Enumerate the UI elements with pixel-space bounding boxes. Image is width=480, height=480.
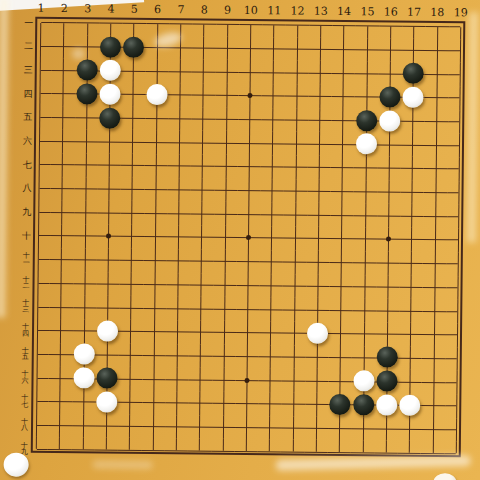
- intersection-11-10: [260, 226, 284, 250]
- intersection-7-15: [166, 344, 190, 368]
- intersection-12-13: [283, 298, 307, 322]
- white-stone: [73, 344, 94, 365]
- intersection-8-16: [189, 368, 213, 392]
- intersection-14-15: [329, 346, 353, 370]
- intersection-7-11: [167, 249, 191, 273]
- intersection-6-18: [141, 415, 165, 439]
- intersection-1-10: [27, 224, 51, 248]
- intersection-4-5: [98, 106, 122, 130]
- intersection-9-10: [213, 226, 237, 250]
- intersection-7-19: [165, 439, 189, 463]
- intersection-1-18: [25, 413, 49, 437]
- intersection-18-12: [423, 275, 447, 299]
- intersection-4-1: [99, 12, 123, 36]
- intersection-2-3: [52, 58, 76, 82]
- intersection-16-10: [377, 228, 401, 252]
- intersection-15-16: [352, 369, 376, 393]
- intersection-14-11: [330, 251, 354, 275]
- intersection-4-6: [98, 130, 122, 154]
- intersection-15-14: [352, 322, 376, 346]
- intersection-6-11: [143, 249, 167, 273]
- white-stone: [97, 320, 118, 341]
- intersection-11-3: [262, 61, 286, 85]
- intersection-3-18: [72, 414, 96, 438]
- intersection-12-9: [284, 203, 308, 227]
- intersection-15-2: [355, 38, 379, 62]
- intersection-6-6: [144, 130, 168, 154]
- glare-streak: [93, 460, 153, 469]
- white-stone: [353, 370, 374, 391]
- intersection-4-2: [99, 35, 123, 59]
- intersection-2-5: [51, 106, 75, 130]
- intersection-11-17: [258, 392, 282, 416]
- intersection-14-5: [331, 109, 355, 133]
- intersection-9-6: [214, 131, 238, 155]
- intersection-7-3: [169, 60, 193, 84]
- intersection-12-2: [285, 37, 309, 61]
- intersection-14-8: [330, 180, 354, 204]
- black-stone: [76, 59, 97, 80]
- intersection-11-5: [261, 108, 285, 132]
- intersection-18-7: [424, 157, 448, 181]
- intersection-12-4: [285, 85, 309, 109]
- intersection-10-15: [235, 345, 259, 369]
- intersection-16-1: [379, 14, 403, 38]
- white-stone: [355, 133, 376, 154]
- intersection-4-16: [95, 367, 119, 391]
- black-stone: [377, 347, 398, 368]
- intersection-10-3: [238, 60, 262, 84]
- intersection-3-13: [73, 295, 97, 319]
- intersection-9-14: [212, 321, 236, 345]
- intersection-15-13: [353, 298, 377, 322]
- intersection-10-10: [237, 226, 261, 250]
- intersection-10-8: [237, 179, 261, 203]
- intersection-8-8: [191, 178, 215, 202]
- intersection-13-10: [307, 227, 331, 251]
- intersection-3-19: [71, 438, 95, 462]
- intersection-17-15: [399, 346, 423, 370]
- intersection-6-7: [144, 154, 168, 178]
- intersection-6-12: [143, 273, 167, 297]
- intersection-11-16: [259, 368, 283, 392]
- intersection-12-18: [281, 416, 305, 440]
- intersection-10-6: [238, 131, 262, 155]
- intersection-12-10: [283, 227, 307, 251]
- intersection-1-15: [26, 342, 50, 366]
- intersection-18-13: [423, 299, 447, 323]
- intersection-7-8: [167, 178, 191, 202]
- intersection-16-15: [375, 346, 399, 370]
- intersection-2-13: [49, 295, 73, 319]
- star-point: [386, 237, 391, 242]
- intersection-14-14: [329, 322, 353, 346]
- intersection-8-5: [191, 107, 215, 131]
- intersection-15-11: [353, 251, 377, 275]
- intersection-18-17: [422, 394, 446, 418]
- intersection-6-15: [142, 344, 166, 368]
- intersection-17-14: [399, 323, 423, 347]
- intersection-14-16: [328, 369, 352, 393]
- glare-left: [0, 0, 9, 318]
- intersection-18-8: [424, 181, 448, 205]
- intersection-5-15: [119, 343, 143, 367]
- intersection-15-7: [354, 156, 378, 180]
- intersection-10-4: [238, 84, 262, 108]
- intersection-5-12: [120, 272, 144, 296]
- intersection-13-7: [307, 156, 331, 180]
- intersection-2-7: [51, 153, 75, 177]
- intersection-15-5: [355, 109, 379, 133]
- intersection-11-6: [261, 132, 285, 156]
- intersection-3-6: [75, 130, 99, 154]
- intersection-6-17: [142, 391, 166, 415]
- intersection-13-18: [305, 416, 329, 440]
- intersection-9-1: [216, 13, 240, 37]
- intersection-13-16: [305, 369, 329, 393]
- intersection-9-7: [214, 155, 238, 179]
- intersection-6-5: [145, 107, 169, 131]
- intersection-5-9: [120, 201, 144, 225]
- intersection-15-3: [355, 62, 379, 86]
- intersection-9-18: [211, 415, 235, 439]
- intersection-18-1: [425, 15, 449, 39]
- board-area: 12345678910111213141516171819 一二三四五六七八九十…: [0, 0, 480, 480]
- intersection-3-17: [72, 390, 96, 414]
- intersection-9-12: [213, 273, 237, 297]
- intersection-9-3: [215, 60, 239, 84]
- intersection-13-1: [309, 14, 333, 38]
- intersection-10-16: [235, 368, 259, 392]
- black-stone: [123, 36, 144, 57]
- intersection-14-2: [332, 38, 356, 62]
- intersection-16-5: [378, 109, 402, 133]
- intersection-6-1: [146, 12, 170, 36]
- intersection-11-18: [258, 416, 282, 440]
- intersection-3-15: [72, 343, 96, 367]
- intersection-9-17: [212, 392, 236, 416]
- intersection-12-6: [284, 132, 308, 156]
- intersection-15-9: [354, 204, 378, 228]
- intersection-14-13: [329, 298, 353, 322]
- intersection-2-11: [50, 248, 74, 272]
- intersection-3-4: [75, 82, 99, 106]
- intersection-18-4: [425, 86, 449, 110]
- intersection-12-16: [282, 369, 306, 393]
- intersection-10-14: [236, 321, 260, 345]
- star-point: [247, 93, 252, 98]
- intersection-11-12: [260, 274, 284, 298]
- intersection-7-18: [165, 415, 189, 439]
- intersection-5-3: [122, 59, 146, 83]
- intersection-8-9: [190, 202, 214, 226]
- intersection-7-7: [168, 154, 192, 178]
- intersection-16-6: [378, 133, 402, 157]
- intersection-9-8: [214, 179, 238, 203]
- intersection-1-6: [28, 129, 52, 153]
- star-point: [106, 234, 111, 239]
- intersection-5-6: [121, 130, 145, 154]
- intersection-8-3: [192, 60, 216, 84]
- intersection-8-2: [192, 36, 216, 60]
- intersection-9-16: [212, 368, 236, 392]
- intersection-5-18: [118, 414, 142, 438]
- intersection-2-6: [51, 129, 75, 153]
- intersection-10-5: [238, 108, 262, 132]
- intersection-9-2: [215, 36, 239, 60]
- intersection-4-12: [96, 272, 120, 296]
- intersection-11-8: [261, 179, 285, 203]
- intersection-19-1: [449, 15, 473, 39]
- intersection-13-11: [306, 251, 330, 275]
- intersection-5-4: [122, 83, 146, 107]
- intersection-7-12: [166, 273, 190, 297]
- intersection-12-17: [282, 392, 306, 416]
- intersection-16-11: [376, 251, 400, 275]
- intersection-13-6: [308, 132, 332, 156]
- intersection-15-12: [353, 275, 377, 299]
- intersection-17-6: [401, 133, 425, 157]
- intersection-14-3: [332, 61, 356, 85]
- intersection-6-19: [141, 438, 165, 462]
- intersection-12-8: [284, 179, 308, 203]
- intersection-4-10: [97, 225, 121, 249]
- intersection-7-10: [167, 225, 191, 249]
- intersection-13-2: [309, 37, 333, 61]
- intersection-8-17: [188, 391, 212, 415]
- intersection-11-4: [262, 84, 286, 108]
- intersection-5-1: [122, 12, 146, 36]
- white-stone: [379, 110, 400, 131]
- intersection-4-13: [96, 296, 120, 320]
- intersection-4-7: [98, 154, 122, 178]
- intersection-2-12: [50, 272, 74, 296]
- intersection-19-12: [446, 276, 470, 300]
- intersection-19-8: [447, 181, 471, 205]
- black-stone: [99, 107, 120, 128]
- intersection-2-19: [48, 437, 72, 461]
- intersection-13-3: [308, 61, 332, 85]
- intersection-16-4: [378, 85, 402, 109]
- intersection-8-7: [191, 155, 215, 179]
- intersection-9-9: [214, 202, 238, 226]
- board-grid: [25, 11, 473, 466]
- intersection-19-7: [447, 157, 471, 181]
- white-stone: [146, 84, 167, 105]
- intersection-18-10: [423, 228, 447, 252]
- intersection-3-9: [74, 201, 98, 225]
- intersection-11-7: [261, 155, 285, 179]
- intersection-17-11: [400, 252, 424, 276]
- intersection-19-14: [446, 323, 470, 347]
- intersection-19-11: [446, 252, 470, 276]
- intersection-6-4: [145, 83, 169, 107]
- intersection-4-18: [95, 414, 119, 438]
- intersection-10-2: [239, 37, 263, 61]
- intersection-13-5: [308, 108, 332, 132]
- white-stone: [100, 83, 121, 104]
- intersection-2-8: [51, 177, 75, 201]
- intersection-17-8: [400, 180, 424, 204]
- intersection-1-16: [25, 366, 49, 390]
- black-stone: [97, 368, 118, 389]
- intersection-5-8: [121, 178, 145, 202]
- intersection-1-4: [28, 82, 52, 106]
- intersection-17-1: [402, 15, 426, 39]
- intersection-2-1: [52, 11, 76, 35]
- intersection-5-11: [120, 249, 144, 273]
- intersection-2-17: [48, 390, 72, 414]
- intersection-1-2: [29, 34, 53, 58]
- intersection-5-16: [119, 367, 143, 391]
- intersection-14-17: [328, 393, 352, 417]
- intersection-19-4: [448, 86, 472, 110]
- intersection-16-18: [375, 417, 399, 441]
- intersection-1-14: [26, 319, 50, 343]
- intersection-8-12: [190, 273, 214, 297]
- intersection-17-9: [400, 204, 424, 228]
- intersection-3-12: [73, 272, 97, 296]
- intersection-11-15: [259, 345, 283, 369]
- white-stone: [403, 87, 424, 108]
- intersection-15-6: [354, 133, 378, 157]
- intersection-18-18: [421, 418, 445, 442]
- white-stone: [96, 391, 117, 412]
- intersection-16-3: [378, 62, 402, 86]
- intersection-9-19: [211, 439, 235, 463]
- intersection-10-7: [237, 155, 261, 179]
- intersection-1-5: [28, 106, 52, 130]
- intersection-2-4: [52, 82, 76, 106]
- intersection-8-14: [189, 320, 213, 344]
- intersection-11-1: [262, 13, 286, 37]
- white-stone: [376, 394, 397, 415]
- intersection-18-11: [423, 252, 447, 276]
- off-board-white-stone-partial: [433, 473, 456, 480]
- intersection-15-18: [351, 417, 375, 441]
- intersection-3-1: [76, 11, 100, 35]
- glare-spot: [72, 48, 85, 59]
- intersection-6-13: [143, 296, 167, 320]
- intersection-7-5: [168, 107, 192, 131]
- intersection-7-14: [166, 320, 190, 344]
- intersection-15-1: [356, 14, 380, 38]
- intersection-11-11: [260, 250, 284, 274]
- intersection-14-18: [328, 417, 352, 441]
- black-stone: [329, 394, 350, 415]
- intersection-12-14: [282, 321, 306, 345]
- intersection-17-13: [399, 299, 423, 323]
- intersection-6-10: [143, 225, 167, 249]
- intersection-9-5: [215, 107, 239, 131]
- intersection-18-15: [422, 346, 446, 370]
- intersection-15-8: [354, 180, 378, 204]
- intersection-16-14: [376, 322, 400, 346]
- intersection-3-10: [74, 224, 98, 248]
- intersection-19-10: [447, 228, 471, 252]
- intersection-10-12: [236, 273, 260, 297]
- intersection-4-11: [97, 248, 121, 272]
- intersection-17-5: [401, 109, 425, 133]
- intersection-18-16: [422, 370, 446, 394]
- intersection-1-19: [25, 437, 49, 461]
- intersection-19-2: [449, 39, 473, 63]
- intersection-3-11: [73, 248, 97, 272]
- intersection-4-14: [96, 319, 120, 343]
- intersection-4-17: [95, 390, 119, 414]
- intersection-17-12: [399, 275, 423, 299]
- intersection-1-9: [27, 200, 51, 224]
- intersection-16-12: [376, 275, 400, 299]
- intersection-8-10: [190, 226, 214, 250]
- intersection-8-4: [192, 84, 216, 108]
- intersection-10-13: [236, 297, 260, 321]
- go-board-photo: 12345678910111213141516171819 一二三四五六七八九十…: [0, 0, 480, 480]
- off-board-white-stone: [4, 453, 29, 477]
- intersection-7-17: [165, 391, 189, 415]
- white-stone: [307, 322, 328, 343]
- intersection-4-3: [99, 59, 123, 83]
- intersection-10-17: [235, 392, 259, 416]
- intersection-10-19: [234, 439, 258, 463]
- intersection-18-14: [422, 323, 446, 347]
- intersection-17-10: [400, 228, 424, 252]
- intersection-19-16: [445, 370, 469, 394]
- intersection-4-4: [98, 83, 122, 107]
- star-point: [246, 236, 251, 241]
- intersection-1-12: [26, 271, 50, 295]
- intersection-5-5: [121, 106, 145, 130]
- intersection-17-7: [401, 157, 425, 181]
- intersection-13-17: [305, 393, 329, 417]
- intersection-6-8: [144, 178, 168, 202]
- intersection-14-4: [331, 85, 355, 109]
- intersection-6-16: [142, 367, 166, 391]
- intersection-11-2: [262, 37, 286, 61]
- intersection-17-2: [402, 38, 426, 62]
- intersection-19-5: [448, 110, 472, 134]
- intersection-5-7: [121, 154, 145, 178]
- intersection-17-18: [398, 417, 422, 441]
- intersection-8-19: [188, 439, 212, 463]
- intersection-7-6: [168, 131, 192, 155]
- intersection-6-14: [142, 320, 166, 344]
- intersection-6-3: [145, 59, 169, 83]
- intersection-1-17: [25, 390, 49, 414]
- intersection-19-18: [445, 418, 469, 442]
- intersection-3-7: [74, 153, 98, 177]
- intersection-13-12: [306, 274, 330, 298]
- intersection-5-19: [118, 438, 142, 462]
- intersection-8-18: [188, 415, 212, 439]
- intersection-1-8: [27, 177, 51, 201]
- intersection-7-13: [166, 296, 190, 320]
- intersection-3-5: [75, 106, 99, 130]
- intersection-13-9: [307, 203, 331, 227]
- intersection-7-16: [165, 367, 189, 391]
- intersection-11-9: [260, 203, 284, 227]
- intersection-14-6: [331, 132, 355, 156]
- intersection-1-13: [26, 295, 50, 319]
- intersection-3-14: [73, 319, 97, 343]
- intersection-18-5: [424, 110, 448, 134]
- intersection-12-7: [284, 156, 308, 180]
- intersection-5-10: [120, 225, 144, 249]
- intersection-3-8: [74, 177, 98, 201]
- intersection-16-13: [376, 299, 400, 323]
- intersection-16-16: [375, 370, 399, 394]
- intersection-15-15: [352, 346, 376, 370]
